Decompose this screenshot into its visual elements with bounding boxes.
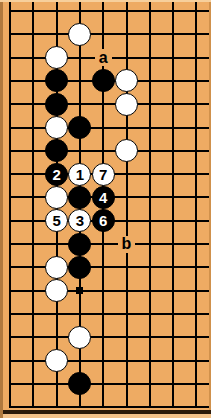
stone-black [45,139,68,162]
stone-black [68,116,91,139]
stone-white [115,139,138,162]
grid-line-vertical [195,0,197,408]
stone-black [68,372,91,395]
grid-line-vertical [172,0,174,408]
stone-black [45,93,68,116]
stone-black-move-6: 6 [92,209,115,232]
grid-line-horizontal [9,243,211,245]
stone-white [45,46,68,69]
stone-black [68,256,91,279]
stone-black [68,186,91,209]
grid-line-horizontal [9,336,211,338]
stone-black [45,69,68,92]
square-mark [76,287,83,294]
stone-white-move-1: 1 [68,163,91,186]
grid-line-horizontal [9,103,211,105]
grid-line-horizontal [9,360,211,362]
grid-line-horizontal [9,290,211,292]
board-frame-bottom-light [0,414,211,418]
stone-white [45,279,68,302]
grid-line-horizontal [9,266,211,268]
stone-white [68,326,91,349]
grid-line-vertical [9,0,11,408]
go-board-diagram: 2174536ab [0,0,211,418]
stone-white [68,23,91,46]
board-frame-top-highlight [0,0,211,2]
grid-line-horizontal [9,383,211,385]
board-frame-left [0,0,3,418]
grid-line-horizontal [9,127,211,129]
board-frame-right [209,0,211,418]
stone-white [45,256,68,279]
grid-line-vertical [149,0,151,408]
stone-black [92,69,115,92]
stone-black-move-2: 2 [45,163,68,186]
stone-white [115,69,138,92]
point-label-a: a [95,49,112,66]
stone-white [115,93,138,116]
stone-white-move-3: 3 [68,209,91,232]
grid-line-horizontal [9,33,211,35]
grid-line-horizontal [9,10,211,12]
grid-line-horizontal [9,406,211,408]
grid-line-horizontal [9,150,211,152]
stone-black [68,233,91,256]
stone-white-move-7: 7 [92,163,115,186]
stone-white [45,349,68,372]
stone-white [45,186,68,209]
stone-white-move-5: 5 [45,209,68,232]
grid-line-vertical [32,0,34,408]
stone-white [45,116,68,139]
grid-line-horizontal [9,313,211,315]
stone-black-move-4: 4 [92,186,115,209]
grid-line-vertical [126,0,128,408]
point-label-b: b [118,236,135,253]
